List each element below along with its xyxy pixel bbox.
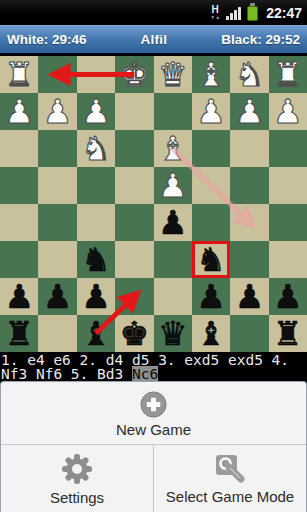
piece-bQ-d8: ♛ xyxy=(158,315,188,352)
app-title: Alfil xyxy=(141,32,168,47)
piece-wR-h1: ♜ xyxy=(4,56,34,93)
square-g5[interactable] xyxy=(38,204,76,241)
square-g4[interactable] xyxy=(38,167,76,204)
square-f4[interactable] xyxy=(77,167,115,204)
piece-wP-g2: ♟ xyxy=(43,93,73,130)
settings-button[interactable]: Settings xyxy=(1,445,153,512)
piece-wB-c1: ♝ xyxy=(196,56,226,93)
square-c6[interactable]: ♞ xyxy=(192,241,230,278)
square-e5[interactable] xyxy=(115,204,153,241)
square-h8[interactable]: ♜ xyxy=(0,315,38,352)
square-f6[interactable]: ♞ xyxy=(77,241,115,278)
square-a2[interactable]: ♟ xyxy=(269,93,307,130)
piece-bP-a7: ♟ xyxy=(273,278,303,315)
plus-icon xyxy=(140,391,167,418)
square-a3[interactable] xyxy=(269,130,307,167)
square-h5[interactable] xyxy=(0,204,38,241)
piece-wQ-d1: ♛ xyxy=(158,56,188,93)
square-e2[interactable] xyxy=(115,93,153,130)
piece-wP-c2: ♟ xyxy=(196,93,226,130)
piece-wN-b1: ♞ xyxy=(235,56,265,93)
square-e6[interactable] xyxy=(115,241,153,278)
square-c3[interactable] xyxy=(192,130,230,167)
square-b6[interactable] xyxy=(230,241,268,278)
black-clock: Black: 29:52 xyxy=(221,32,300,47)
piece-bB-c8: ♝ xyxy=(196,315,226,352)
square-g6[interactable] xyxy=(38,241,76,278)
square-d8[interactable]: ♛ xyxy=(154,315,192,352)
square-c2[interactable]: ♟ xyxy=(192,93,230,130)
piece-bB-f8: ♝ xyxy=(81,315,111,352)
piece-wB-d3: ♝ xyxy=(158,130,188,167)
piece-bN-f6: ♞ xyxy=(81,241,111,278)
options-menu: New Game Settings xyxy=(0,381,307,512)
piece-bK-e8: ♚ xyxy=(120,315,150,352)
battery-icon xyxy=(247,6,258,21)
square-h3[interactable] xyxy=(0,130,38,167)
square-b8[interactable] xyxy=(230,315,268,352)
square-e3[interactable] xyxy=(115,130,153,167)
square-b3[interactable] xyxy=(230,130,268,167)
square-e7[interactable] xyxy=(115,278,153,315)
square-d2[interactable] xyxy=(154,93,192,130)
gear-icon xyxy=(60,452,94,486)
square-c8[interactable]: ♝ xyxy=(192,315,230,352)
new-game-label: New Game xyxy=(116,421,191,438)
piece-bP-h7: ♟ xyxy=(4,278,34,315)
square-h7[interactable]: ♟ xyxy=(0,278,38,315)
square-e4[interactable] xyxy=(115,167,153,204)
square-f1[interactable] xyxy=(77,56,115,93)
square-c5[interactable] xyxy=(192,204,230,241)
chess-app-screen: H ▼▲ 22:47 White: 29:46 Alfil Black: 29:… xyxy=(0,0,307,512)
square-g8[interactable] xyxy=(38,315,76,352)
square-b1[interactable]: ♞ xyxy=(230,56,268,93)
piece-bP-c7: ♟ xyxy=(196,278,226,315)
select-game-mode-button[interactable]: Select Game Mode xyxy=(154,445,306,512)
square-h1[interactable]: ♜ xyxy=(0,56,38,93)
square-d6[interactable] xyxy=(154,241,192,278)
piece-bN-c6: ♞ xyxy=(196,241,226,278)
select-game-mode-label: Select Game Mode xyxy=(166,488,294,505)
square-h2[interactable]: ♟ xyxy=(0,93,38,130)
square-f7[interactable]: ♟ xyxy=(77,278,115,315)
square-e8[interactable]: ♚ xyxy=(115,315,153,352)
move-list[interactable]: 1. e4 e6 2. d4 d5 3. exd5 exd5 4. Nf3 Nf… xyxy=(0,352,307,381)
current-move-highlight: Nc6 xyxy=(132,366,158,381)
piece-wP-f2: ♟ xyxy=(81,93,111,130)
chess-board: ♜♚♛♝♞♜♟♟♟♟♟♟♞♝♟♟♞♞♟♟♟♟♟♟♜♝♚♛♝♜ xyxy=(0,56,307,352)
signal-strength-icon xyxy=(226,6,241,20)
app-header: White: 29:46 Alfil Black: 29:52 xyxy=(0,25,307,53)
square-g7[interactable]: ♟ xyxy=(38,278,76,315)
square-h6[interactable] xyxy=(0,241,38,278)
square-g1[interactable] xyxy=(38,56,76,93)
square-b7[interactable]: ♟ xyxy=(230,278,268,315)
square-f2[interactable]: ♟ xyxy=(77,93,115,130)
piece-wP-a2: ♟ xyxy=(273,93,303,130)
square-d5[interactable]: ♟ xyxy=(154,204,192,241)
piece-bP-f7: ♟ xyxy=(81,278,111,315)
square-h4[interactable] xyxy=(0,167,38,204)
piece-bP-d5: ♟ xyxy=(158,204,188,241)
square-a5[interactable] xyxy=(269,204,307,241)
square-d4[interactable]: ♟ xyxy=(154,167,192,204)
square-a7[interactable]: ♟ xyxy=(269,278,307,315)
new-game-button[interactable]: New Game xyxy=(1,382,306,442)
clock-time: 22:47 xyxy=(266,5,302,21)
square-b2[interactable]: ♟ xyxy=(230,93,268,130)
move-list-line2: Nf3 Nf6 5. Bd3 Nc6 xyxy=(1,367,306,381)
piece-wP-h2: ♟ xyxy=(4,93,34,130)
square-e1[interactable]: ♚ xyxy=(115,56,153,93)
square-d1[interactable]: ♛ xyxy=(154,56,192,93)
square-a6[interactable] xyxy=(269,241,307,278)
piece-wN-f3: ♞ xyxy=(81,130,111,167)
square-d7[interactable] xyxy=(154,278,192,315)
wrench-box-icon xyxy=(212,453,248,485)
square-g2[interactable]: ♟ xyxy=(38,93,76,130)
piece-wP-d4: ♟ xyxy=(158,167,188,204)
square-g3[interactable] xyxy=(38,130,76,167)
square-f5[interactable] xyxy=(77,204,115,241)
square-b5[interactable] xyxy=(230,204,268,241)
piece-wK-e1: ♚ xyxy=(120,56,150,93)
square-d3[interactable]: ♝ xyxy=(154,130,192,167)
updown-arrows-icon: ▼▲ xyxy=(210,15,220,20)
status-bar: H ▼▲ 22:47 xyxy=(0,0,307,25)
square-a4[interactable] xyxy=(269,167,307,204)
square-c7[interactable]: ♟ xyxy=(192,278,230,315)
square-c1[interactable]: ♝ xyxy=(192,56,230,93)
square-a8[interactable]: ♜ xyxy=(269,315,307,352)
piece-bP-b7: ♟ xyxy=(235,278,265,315)
square-c4[interactable] xyxy=(192,167,230,204)
square-b4[interactable] xyxy=(230,167,268,204)
piece-bR-a8: ♜ xyxy=(273,315,303,352)
piece-wR-a1: ♜ xyxy=(273,56,303,93)
piece-bR-h8: ♜ xyxy=(4,315,34,352)
piece-bP-g7: ♟ xyxy=(43,278,73,315)
board-grid: ♜♚♛♝♞♜♟♟♟♟♟♟♞♝♟♟♞♞♟♟♟♟♟♟♜♝♚♛♝♜ xyxy=(0,56,307,352)
hspa-network-icon: H ▼▲ xyxy=(210,5,220,20)
square-f3[interactable]: ♞ xyxy=(77,130,115,167)
piece-wP-b2: ♟ xyxy=(235,93,265,130)
square-f8[interactable]: ♝ xyxy=(77,315,115,352)
settings-label: Settings xyxy=(50,489,104,506)
move-list-line1: 1. e4 e6 2. d4 d5 3. exd5 exd5 4. xyxy=(1,353,306,367)
square-a1[interactable]: ♜ xyxy=(269,56,307,93)
white-clock: White: 29:46 xyxy=(7,32,87,47)
